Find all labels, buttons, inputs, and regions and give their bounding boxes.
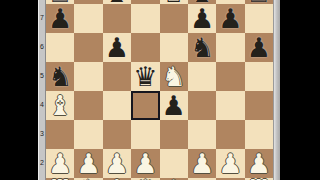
square-f3[interactable] — [188, 120, 216, 149]
board-frame-edge — [273, 0, 280, 180]
square-g7[interactable]: ♟ — [216, 4, 244, 33]
white-pawn: ♟ — [131, 149, 159, 178]
square-c3[interactable] — [103, 120, 131, 149]
square-a6[interactable] — [46, 33, 74, 62]
chess-board[interactable]: ♜♝♚♝♜♟♟♟♟♞♟♞♛♞♝♟♟♟♟♟♟♟♟♜♞♝♛♚♜ — [46, 0, 273, 180]
square-b4[interactable] — [74, 91, 102, 120]
square-h6[interactable]: ♟ — [245, 33, 273, 62]
square-c2[interactable]: ♟ — [103, 149, 131, 178]
black-knight: ♞ — [46, 62, 74, 91]
chess-app-window: 7 6 5 4 3 2 ♜♝♚♝♜♟♟♟♟♞♟♞♛♞♝♟♟♟♟♟♟♟♟♜♞♝♛♚… — [0, 0, 320, 180]
square-b3[interactable] — [74, 120, 102, 149]
square-h3[interactable] — [245, 120, 273, 149]
square-e3[interactable] — [160, 120, 188, 149]
square-d4[interactable] — [131, 91, 159, 120]
black-pawn: ♟ — [245, 33, 273, 62]
black-pawn: ♟ — [46, 4, 74, 33]
black-pawn: ♟ — [103, 33, 131, 62]
square-e7[interactable] — [160, 4, 188, 33]
square-d6[interactable] — [131, 33, 159, 62]
square-h5[interactable] — [245, 62, 273, 91]
square-f4[interactable] — [188, 91, 216, 120]
square-e2[interactable] — [160, 149, 188, 178]
square-e4[interactable]: ♟ — [160, 91, 188, 120]
square-a4[interactable]: ♝ — [46, 91, 74, 120]
square-g4[interactable] — [216, 91, 244, 120]
square-e6[interactable] — [160, 33, 188, 62]
square-b5[interactable] — [74, 62, 102, 91]
square-g1[interactable] — [216, 178, 244, 180]
square-e1[interactable]: ♚ — [160, 178, 188, 180]
white-pawn: ♟ — [46, 149, 74, 178]
square-c6[interactable]: ♟ — [103, 33, 131, 62]
square-d2[interactable]: ♟ — [131, 149, 159, 178]
square-c4[interactable] — [103, 91, 131, 120]
square-b1[interactable]: ♞ — [74, 178, 102, 180]
square-c1[interactable]: ♝ — [103, 178, 131, 180]
rank-label-4: 4 — [39, 101, 45, 109]
rank-label-2: 2 — [39, 159, 45, 167]
square-g6[interactable] — [216, 33, 244, 62]
white-pawn: ♟ — [216, 149, 244, 178]
black-pawn: ♟ — [188, 4, 216, 33]
square-g3[interactable] — [216, 120, 244, 149]
square-f1[interactable] — [188, 178, 216, 180]
rank-label-5: 5 — [39, 72, 45, 80]
white-knight: ♞ — [160, 62, 188, 91]
square-f7[interactable]: ♟ — [188, 4, 216, 33]
white-pawn: ♟ — [245, 149, 273, 178]
black-pawn: ♟ — [216, 4, 244, 33]
rank-label-7: 7 — [39, 14, 45, 22]
black-pawn: ♟ — [160, 91, 188, 120]
square-h1[interactable]: ♜ — [245, 178, 273, 180]
square-d7[interactable] — [131, 4, 159, 33]
square-b6[interactable] — [74, 33, 102, 62]
square-b7[interactable] — [74, 4, 102, 33]
square-d1[interactable]: ♛ — [131, 178, 159, 180]
square-b2[interactable]: ♟ — [74, 149, 102, 178]
white-pawn: ♟ — [74, 149, 102, 178]
square-d5[interactable]: ♛ — [131, 62, 159, 91]
square-c7[interactable] — [103, 4, 131, 33]
white-bishop: ♝ — [46, 91, 74, 120]
square-a7[interactable]: ♟ — [46, 4, 74, 33]
white-pawn: ♟ — [103, 149, 131, 178]
white-pawn: ♟ — [188, 149, 216, 178]
square-c5[interactable] — [103, 62, 131, 91]
rank-label-3: 3 — [39, 130, 45, 138]
square-a1[interactable]: ♜ — [46, 178, 74, 180]
rank-label-6: 6 — [39, 43, 45, 51]
square-g2[interactable]: ♟ — [216, 149, 244, 178]
square-f5[interactable] — [188, 62, 216, 91]
square-a2[interactable]: ♟ — [46, 149, 74, 178]
square-f2[interactable]: ♟ — [188, 149, 216, 178]
square-h7[interactable] — [245, 4, 273, 33]
square-h4[interactable] — [245, 91, 273, 120]
black-queen: ♛ — [131, 62, 159, 91]
square-a3[interactable] — [46, 120, 74, 149]
square-g5[interactable] — [216, 62, 244, 91]
square-a5[interactable]: ♞ — [46, 62, 74, 91]
rank-label-strip: 7 6 5 4 3 2 — [38, 0, 46, 180]
square-h2[interactable]: ♟ — [245, 149, 273, 178]
square-e5[interactable]: ♞ — [160, 62, 188, 91]
square-f6[interactable]: ♞ — [188, 33, 216, 62]
square-d3[interactable] — [131, 120, 159, 149]
black-knight: ♞ — [188, 33, 216, 62]
